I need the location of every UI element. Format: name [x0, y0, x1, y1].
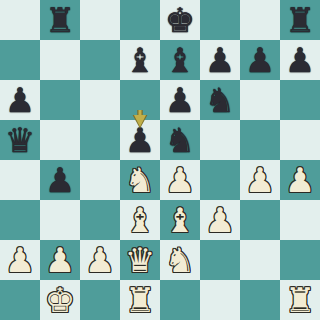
piece-black-queen[interactable]: ♛: [0, 120, 40, 160]
piece-white-queen[interactable]: ♛: [120, 240, 160, 280]
square-b1[interactable]: ♚: [40, 280, 80, 320]
square-c3[interactable]: [80, 200, 120, 240]
square-g6[interactable]: [240, 80, 280, 120]
square-c6[interactable]: [80, 80, 120, 120]
piece-white-pawn[interactable]: ♟: [280, 160, 320, 200]
square-d6[interactable]: [120, 80, 160, 120]
square-h7[interactable]: ♟: [280, 40, 320, 80]
square-f1[interactable]: [200, 280, 240, 320]
piece-black-pawn[interactable]: ♟: [120, 120, 160, 160]
square-b2[interactable]: ♟: [40, 240, 80, 280]
chess-board-wrap: ♜♚♜♝♝♟♟♟♟♟♞♛♟♞♟♞♟♟♟♝♝♟♟♟♟♛♞♚♜♜: [0, 0, 320, 320]
piece-white-bishop[interactable]: ♝: [120, 200, 160, 240]
square-c8[interactable]: [80, 0, 120, 40]
square-h6[interactable]: [280, 80, 320, 120]
square-b6[interactable]: [40, 80, 80, 120]
square-h5[interactable]: [280, 120, 320, 160]
square-c1[interactable]: [80, 280, 120, 320]
square-g3[interactable]: [240, 200, 280, 240]
chess-board: ♜♚♜♝♝♟♟♟♟♟♞♛♟♞♟♞♟♟♟♝♝♟♟♟♟♛♞♚♜♜: [0, 0, 320, 320]
square-e6[interactable]: ♟: [160, 80, 200, 120]
square-g5[interactable]: [240, 120, 280, 160]
square-g1[interactable]: [240, 280, 280, 320]
piece-white-rook[interactable]: ♜: [120, 280, 160, 320]
piece-black-rook[interactable]: ♜: [280, 0, 320, 40]
square-h4[interactable]: ♟: [280, 160, 320, 200]
square-e4[interactable]: ♟: [160, 160, 200, 200]
square-a7[interactable]: [0, 40, 40, 80]
square-d8[interactable]: [120, 0, 160, 40]
square-c4[interactable]: [80, 160, 120, 200]
square-a8[interactable]: [0, 0, 40, 40]
piece-white-knight[interactable]: ♞: [120, 160, 160, 200]
square-d3[interactable]: ♝: [120, 200, 160, 240]
square-c2[interactable]: ♟: [80, 240, 120, 280]
square-f5[interactable]: [200, 120, 240, 160]
square-c7[interactable]: [80, 40, 120, 80]
square-a1[interactable]: [0, 280, 40, 320]
square-e8[interactable]: ♚: [160, 0, 200, 40]
square-d1[interactable]: ♜: [120, 280, 160, 320]
square-b5[interactable]: [40, 120, 80, 160]
piece-black-bishop[interactable]: ♝: [120, 40, 160, 80]
piece-white-pawn[interactable]: ♟: [40, 240, 80, 280]
square-f3[interactable]: ♟: [200, 200, 240, 240]
square-f6[interactable]: ♞: [200, 80, 240, 120]
square-f2[interactable]: [200, 240, 240, 280]
square-f4[interactable]: [200, 160, 240, 200]
square-b4[interactable]: ♟: [40, 160, 80, 200]
square-b8[interactable]: ♜: [40, 0, 80, 40]
square-g7[interactable]: ♟: [240, 40, 280, 80]
piece-black-pawn[interactable]: ♟: [200, 40, 240, 80]
piece-black-pawn[interactable]: ♟: [0, 80, 40, 120]
piece-black-rook[interactable]: ♜: [40, 0, 80, 40]
square-g4[interactable]: ♟: [240, 160, 280, 200]
piece-black-pawn[interactable]: ♟: [280, 40, 320, 80]
piece-black-knight[interactable]: ♞: [160, 120, 200, 160]
square-a5[interactable]: ♛: [0, 120, 40, 160]
piece-white-pawn[interactable]: ♟: [200, 200, 240, 240]
square-a3[interactable]: [0, 200, 40, 240]
piece-white-king[interactable]: ♚: [40, 280, 80, 320]
piece-white-pawn[interactable]: ♟: [160, 160, 200, 200]
square-a2[interactable]: ♟: [0, 240, 40, 280]
square-h8[interactable]: ♜: [280, 0, 320, 40]
square-e1[interactable]: [160, 280, 200, 320]
square-d2[interactable]: ♛: [120, 240, 160, 280]
square-b3[interactable]: [40, 200, 80, 240]
square-g2[interactable]: [240, 240, 280, 280]
square-a4[interactable]: [0, 160, 40, 200]
square-c5[interactable]: [80, 120, 120, 160]
square-d7[interactable]: ♝: [120, 40, 160, 80]
piece-black-king[interactable]: ♚: [160, 0, 200, 40]
square-e2[interactable]: ♞: [160, 240, 200, 280]
square-b7[interactable]: [40, 40, 80, 80]
square-f7[interactable]: ♟: [200, 40, 240, 80]
square-h2[interactable]: [280, 240, 320, 280]
square-g8[interactable]: [240, 0, 280, 40]
square-d4[interactable]: ♞: [120, 160, 160, 200]
square-f8[interactable]: [200, 0, 240, 40]
square-d5[interactable]: ♟: [120, 120, 160, 160]
square-a6[interactable]: ♟: [0, 80, 40, 120]
square-h3[interactable]: [280, 200, 320, 240]
piece-white-pawn[interactable]: ♟: [0, 240, 40, 280]
piece-white-rook[interactable]: ♜: [280, 280, 320, 320]
piece-black-bishop[interactable]: ♝: [160, 40, 200, 80]
piece-black-pawn[interactable]: ♟: [40, 160, 80, 200]
piece-white-knight[interactable]: ♞: [160, 240, 200, 280]
square-e3[interactable]: ♝: [160, 200, 200, 240]
piece-black-knight[interactable]: ♞: [200, 80, 240, 120]
piece-white-pawn[interactable]: ♟: [80, 240, 120, 280]
piece-white-bishop[interactable]: ♝: [160, 200, 200, 240]
square-h1[interactable]: ♜: [280, 280, 320, 320]
piece-black-pawn[interactable]: ♟: [240, 40, 280, 80]
piece-white-pawn[interactable]: ♟: [240, 160, 280, 200]
square-e5[interactable]: ♞: [160, 120, 200, 160]
piece-black-pawn[interactable]: ♟: [160, 80, 200, 120]
square-e7[interactable]: ♝: [160, 40, 200, 80]
